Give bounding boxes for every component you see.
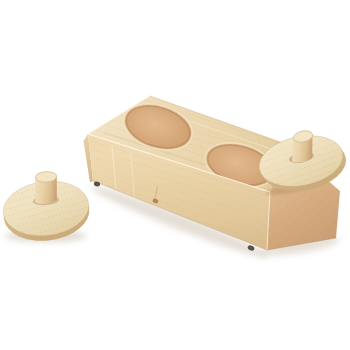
product-photo-stage bbox=[0, 0, 350, 350]
product-photo bbox=[0, 0, 350, 350]
